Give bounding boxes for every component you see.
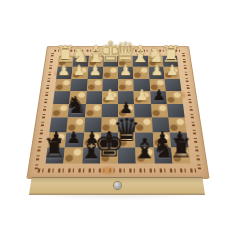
square-f3[interactable] [86, 79, 102, 91]
square-a5[interactable] [167, 104, 185, 118]
black-pawn[interactable]: ♟ [152, 88, 165, 103]
square-b5[interactable] [151, 104, 169, 118]
black-rook[interactable]: ♜ [43, 136, 67, 163]
white-pawn[interactable]: ♟ [103, 88, 116, 103]
square-f4[interactable] [86, 91, 103, 104]
white-pawn[interactable]: ♟ [150, 64, 163, 78]
playing-area: ♜♞♝♚♛♝♞♜♟♟♟♟♟♟♟♟♟♞♟♟♟♟♟♛♟♟♜♝♚♝♞♜ [45, 56, 190, 164]
square-d3[interactable] [118, 79, 134, 91]
white-pawn[interactable]: ♟ [166, 64, 179, 78]
square-a2[interactable]: ♟ [163, 67, 180, 79]
white-pawn[interactable]: ♟ [136, 88, 149, 103]
square-h3[interactable] [55, 79, 72, 91]
square-g3[interactable] [70, 79, 87, 91]
square-f5[interactable] [85, 104, 102, 118]
square-a3[interactable] [164, 79, 181, 91]
square-e4[interactable]: ♟ [102, 91, 118, 104]
square-h2[interactable]: ♟ [56, 67, 73, 79]
square-g5[interactable]: ♞ [68, 104, 86, 118]
white-pawn[interactable]: ♟ [73, 64, 86, 78]
square-g2[interactable]: ♟ [72, 67, 88, 79]
square-h8[interactable]: ♜ [45, 147, 65, 163]
board-scene: ♜♞♝♚♛♝♞♜♟♟♟♟♟♟♟♟♟♞♟♟♟♟♟♛♟♟♜♝♚♝♞♜ [0, 0, 230, 230]
square-b2[interactable]: ♟ [148, 67, 164, 79]
wood-mottle [94, 166, 121, 174]
black-rook[interactable]: ♜ [169, 136, 193, 163]
square-a8[interactable]: ♜ [171, 147, 191, 163]
white-pawn[interactable]: ♟ [119, 64, 132, 78]
square-f2[interactable]: ♟ [87, 67, 103, 79]
black-king[interactable]: ♚ [93, 128, 124, 163]
white-pawn[interactable]: ♟ [58, 64, 71, 78]
square-c2[interactable] [133, 67, 149, 79]
white-pawn[interactable]: ♟ [88, 64, 101, 78]
square-c4[interactable]: ♟ [134, 91, 151, 104]
box-front-edge [29, 177, 205, 195]
box-clasp-icon [114, 182, 121, 189]
square-d2[interactable]: ♟ [118, 67, 133, 79]
square-b4[interactable]: ♟ [150, 91, 167, 104]
square-e8[interactable]: ♚ [100, 147, 118, 163]
black-knight[interactable]: ♞ [66, 93, 87, 117]
square-a4[interactable] [166, 91, 183, 104]
chess-board: ♜♞♝♚♛♝♞♜♟♟♟♟♟♟♟♟♟♞♟♟♟♟♟♛♟♟♜♝♚♝♞♜ [26, 46, 209, 179]
square-e2[interactable] [103, 67, 118, 79]
product-photo: ♜♞♝♚♛♝♞♜♟♟♟♟♟♟♟♟♟♞♟♟♟♟♟♛♟♟♜♝♚♝♞♜ [0, 0, 230, 230]
